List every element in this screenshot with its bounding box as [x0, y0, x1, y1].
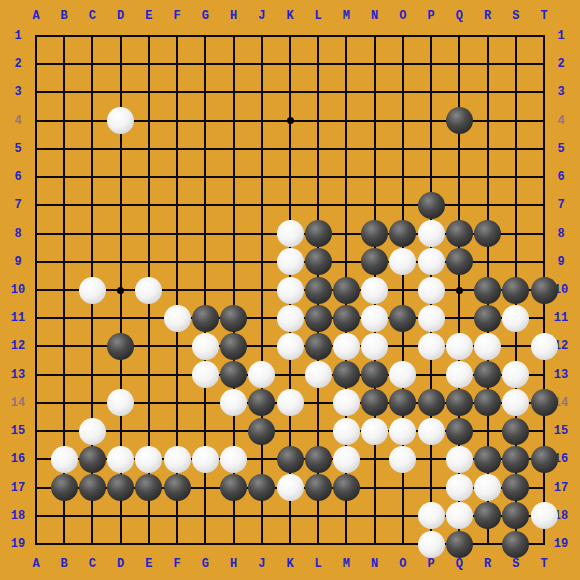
stone-white-P9[interactable] [418, 248, 445, 275]
row-label-left-13: 13 [4, 368, 32, 382]
col-label-bottom-F: F [163, 557, 191, 571]
stone-black-C16[interactable] [79, 446, 106, 473]
stone-black-H11[interactable] [220, 305, 247, 332]
stone-white-P18[interactable] [418, 502, 445, 529]
stone-white-N15[interactable] [361, 418, 388, 445]
row-label-left-7: 7 [4, 198, 32, 212]
stone-white-Q18[interactable] [446, 502, 473, 529]
row-label-left-17: 17 [4, 481, 32, 495]
row-label-right-5: 5 [547, 142, 575, 156]
stone-white-N10[interactable] [361, 277, 388, 304]
stone-black-K16[interactable] [277, 446, 304, 473]
stone-white-E16[interactable] [135, 446, 162, 473]
row-label-left-9: 9 [4, 255, 32, 269]
row-label-left-15: 15 [4, 424, 32, 438]
stone-white-R17[interactable] [474, 474, 501, 501]
stone-white-M12[interactable] [333, 333, 360, 360]
stone-white-G12[interactable] [192, 333, 219, 360]
stone-white-T18[interactable] [531, 502, 558, 529]
row-label-left-19: 19 [4, 537, 32, 551]
col-label-bottom-G: G [191, 557, 219, 571]
col-label-top-M: M [332, 9, 360, 23]
stone-black-S16[interactable] [502, 446, 529, 473]
col-label-bottom-R: R [474, 557, 502, 571]
stone-white-J13[interactable] [248, 361, 275, 388]
stone-white-K9[interactable] [277, 248, 304, 275]
stone-black-F17[interactable] [164, 474, 191, 501]
stone-white-K14[interactable] [277, 389, 304, 416]
stone-black-Q19[interactable] [446, 531, 473, 558]
col-label-top-T: T [530, 9, 558, 23]
stone-white-D14[interactable] [107, 389, 134, 416]
col-label-top-R: R [474, 9, 502, 23]
col-label-bottom-T: T [530, 557, 558, 571]
stone-white-P10[interactable] [418, 277, 445, 304]
col-label-bottom-N: N [361, 557, 389, 571]
col-label-bottom-O: O [389, 557, 417, 571]
stone-white-K12[interactable] [277, 333, 304, 360]
stone-white-K10[interactable] [277, 277, 304, 304]
row-label-left-1: 1 [4, 29, 32, 43]
stone-black-T14[interactable] [531, 389, 558, 416]
stone-white-F11[interactable] [164, 305, 191, 332]
stone-white-L13[interactable] [305, 361, 332, 388]
stone-white-K11[interactable] [277, 305, 304, 332]
stone-black-O11[interactable] [389, 305, 416, 332]
stone-white-Q13[interactable] [446, 361, 473, 388]
row-label-right-6: 6 [547, 170, 575, 184]
col-label-bottom-K: K [276, 557, 304, 571]
col-label-top-P: P [417, 9, 445, 23]
row-label-left-4: 4 [4, 114, 32, 128]
stone-black-R18[interactable] [474, 502, 501, 529]
row-label-left-12: 12 [4, 339, 32, 353]
stone-white-E10[interactable] [135, 277, 162, 304]
row-label-left-14: 14 [4, 396, 32, 410]
stone-black-R13[interactable] [474, 361, 501, 388]
stone-black-L12[interactable] [305, 333, 332, 360]
stone-black-M13[interactable] [333, 361, 360, 388]
stone-black-Q14[interactable] [446, 389, 473, 416]
stone-white-O13[interactable] [389, 361, 416, 388]
row-label-left-5: 5 [4, 142, 32, 156]
stone-white-C10[interactable] [79, 277, 106, 304]
stone-black-D17[interactable] [107, 474, 134, 501]
stone-white-R12[interactable] [474, 333, 501, 360]
row-label-right-8: 8 [547, 227, 575, 241]
stone-black-Q9[interactable] [446, 248, 473, 275]
stone-black-L11[interactable] [305, 305, 332, 332]
stone-black-S18[interactable] [502, 502, 529, 529]
star-point-D10 [117, 287, 124, 294]
col-label-top-H: H [220, 9, 248, 23]
row-label-right-17: 17 [547, 481, 575, 495]
stone-white-D16[interactable] [107, 446, 134, 473]
star-point-Q10 [456, 287, 463, 294]
col-label-bottom-A: A [22, 557, 50, 571]
col-label-bottom-M: M [332, 557, 360, 571]
stone-black-P7[interactable] [418, 192, 445, 219]
row-label-right-13: 13 [547, 368, 575, 382]
stone-black-S19[interactable] [502, 531, 529, 558]
stone-white-P12[interactable] [418, 333, 445, 360]
stone-black-P14[interactable] [418, 389, 445, 416]
row-label-left-18: 18 [4, 509, 32, 523]
stone-white-O9[interactable] [389, 248, 416, 275]
stone-white-Q16[interactable] [446, 446, 473, 473]
col-label-top-C: C [78, 9, 106, 23]
row-label-left-8: 8 [4, 227, 32, 241]
row-label-right-2: 2 [547, 57, 575, 71]
col-label-top-L: L [304, 9, 332, 23]
stone-white-S11[interactable] [502, 305, 529, 332]
col-label-bottom-H: H [220, 557, 248, 571]
col-label-bottom-D: D [107, 557, 135, 571]
stone-white-G16[interactable] [192, 446, 219, 473]
stone-white-Q12[interactable] [446, 333, 473, 360]
col-label-bottom-P: P [417, 557, 445, 571]
stone-white-M14[interactable] [333, 389, 360, 416]
stone-white-K17[interactable] [277, 474, 304, 501]
stone-black-S17[interactable] [502, 474, 529, 501]
stone-black-N9[interactable] [361, 248, 388, 275]
row-label-left-6: 6 [4, 170, 32, 184]
stone-black-N8[interactable] [361, 220, 388, 247]
col-label-top-J: J [248, 9, 276, 23]
row-label-right-15: 15 [547, 424, 575, 438]
stone-black-J15[interactable] [248, 418, 275, 445]
row-label-left-10: 10 [4, 283, 32, 297]
stone-black-Q4[interactable] [446, 107, 473, 134]
stone-black-M11[interactable] [333, 305, 360, 332]
stone-white-S14[interactable] [502, 389, 529, 416]
row-label-right-3: 3 [547, 85, 575, 99]
stone-white-O16[interactable] [389, 446, 416, 473]
stone-black-E17[interactable] [135, 474, 162, 501]
stone-white-N12[interactable] [361, 333, 388, 360]
col-label-top-Q: Q [445, 9, 473, 23]
col-label-bottom-J: J [248, 557, 276, 571]
stone-white-T12[interactable] [531, 333, 558, 360]
row-label-left-11: 11 [4, 311, 32, 325]
stone-white-F16[interactable] [164, 446, 191, 473]
col-label-bottom-Q: Q [445, 557, 473, 571]
row-label-right-1: 1 [547, 29, 575, 43]
row-label-right-19: 19 [547, 537, 575, 551]
col-label-top-D: D [107, 9, 135, 23]
stone-black-S10[interactable] [502, 277, 529, 304]
stone-black-R8[interactable] [474, 220, 501, 247]
stone-black-Q8[interactable] [446, 220, 473, 247]
col-label-top-A: A [22, 9, 50, 23]
stone-white-D4[interactable] [107, 107, 134, 134]
col-label-bottom-E: E [135, 557, 163, 571]
stone-black-G11[interactable] [192, 305, 219, 332]
stone-white-B16[interactable] [51, 446, 78, 473]
stone-black-R14[interactable] [474, 389, 501, 416]
stone-black-C17[interactable] [79, 474, 106, 501]
stone-black-H13[interactable] [220, 361, 247, 388]
stone-black-D12[interactable] [107, 333, 134, 360]
stone-black-L16[interactable] [305, 446, 332, 473]
stone-black-O8[interactable] [389, 220, 416, 247]
row-label-left-2: 2 [4, 57, 32, 71]
stone-black-L9[interactable] [305, 248, 332, 275]
row-label-left-16: 16 [4, 452, 32, 466]
stone-black-L10[interactable] [305, 277, 332, 304]
row-label-right-11: 11 [547, 311, 575, 325]
stone-black-J17[interactable] [248, 474, 275, 501]
stone-black-N14[interactable] [361, 389, 388, 416]
stone-black-M17[interactable] [333, 474, 360, 501]
stone-white-P8[interactable] [418, 220, 445, 247]
col-label-bottom-B: B [50, 557, 78, 571]
stone-black-Q15[interactable] [446, 418, 473, 445]
stone-black-N13[interactable] [361, 361, 388, 388]
col-label-top-F: F [163, 9, 191, 23]
col-label-top-G: G [191, 9, 219, 23]
stone-black-L17[interactable] [305, 474, 332, 501]
stone-black-J14[interactable] [248, 389, 275, 416]
go-board[interactable]: AA11BB22CC33DD44EE55FF66GG77HH88JJ99KK10… [0, 0, 580, 580]
stone-white-P15[interactable] [418, 418, 445, 445]
stone-white-P11[interactable] [418, 305, 445, 332]
row-label-right-7: 7 [547, 198, 575, 212]
row-label-right-4: 4 [547, 114, 575, 128]
col-label-bottom-S: S [502, 557, 530, 571]
col-label-top-S: S [502, 9, 530, 23]
stone-black-T16[interactable] [531, 446, 558, 473]
col-label-top-N: N [361, 9, 389, 23]
stone-white-K8[interactable] [277, 220, 304, 247]
row-label-left-3: 3 [4, 85, 32, 99]
stone-black-L8[interactable] [305, 220, 332, 247]
stone-black-R11[interactable] [474, 305, 501, 332]
stone-black-H17[interactable] [220, 474, 247, 501]
stone-white-N11[interactable] [361, 305, 388, 332]
stone-black-M10[interactable] [333, 277, 360, 304]
stone-black-T10[interactable] [531, 277, 558, 304]
row-label-right-9: 9 [547, 255, 575, 269]
star-point-K4 [287, 117, 294, 124]
stone-black-R10[interactable] [474, 277, 501, 304]
stone-white-M16[interactable] [333, 446, 360, 473]
stone-black-S15[interactable] [502, 418, 529, 445]
col-label-top-K: K [276, 9, 304, 23]
col-label-top-O: O [389, 9, 417, 23]
stone-white-C15[interactable] [79, 418, 106, 445]
stone-white-H16[interactable] [220, 446, 247, 473]
stone-white-G13[interactable] [192, 361, 219, 388]
stone-white-M15[interactable] [333, 418, 360, 445]
stone-white-H14[interactable] [220, 389, 247, 416]
col-label-bottom-L: L [304, 557, 332, 571]
stone-black-O14[interactable] [389, 389, 416, 416]
stone-black-B17[interactable] [51, 474, 78, 501]
col-label-top-E: E [135, 9, 163, 23]
stone-white-Q17[interactable] [446, 474, 473, 501]
stone-black-R16[interactable] [474, 446, 501, 473]
col-label-top-B: B [50, 9, 78, 23]
stone-black-H12[interactable] [220, 333, 247, 360]
stone-white-P19[interactable] [418, 531, 445, 558]
col-label-bottom-C: C [78, 557, 106, 571]
stone-white-S13[interactable] [502, 361, 529, 388]
stone-white-O15[interactable] [389, 418, 416, 445]
